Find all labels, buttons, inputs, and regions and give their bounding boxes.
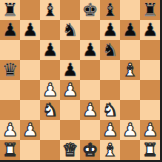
square-f8[interactable]: ♝	[100, 0, 120, 20]
piece-black-king[interactable]: ♚	[82, 0, 98, 20]
piece-white-knight[interactable]: ♞	[42, 100, 58, 120]
square-d7[interactable]: ♞	[60, 20, 80, 40]
piece-white-pawn[interactable]: ♟	[42, 80, 58, 100]
square-f4[interactable]	[100, 80, 120, 100]
square-b3[interactable]	[20, 100, 40, 120]
piece-white-pawn[interactable]: ♟	[2, 120, 18, 140]
square-c7[interactable]	[40, 20, 60, 40]
piece-black-pawn[interactable]: ♟	[142, 20, 158, 40]
square-g5[interactable]: ♝	[120, 60, 140, 80]
chess-board: ♜♝♚♝♜♟♟♞♟♟♟♟♟♞♛♟♝♟♟♞♟♞♟♟♟♟♟♜♛♚♝♜	[0, 0, 162, 162]
square-g7[interactable]: ♟	[120, 20, 140, 40]
piece-black-pawn[interactable]: ♟	[122, 20, 138, 40]
piece-white-pawn[interactable]: ♟	[142, 120, 158, 140]
square-e3[interactable]: ♟	[80, 100, 100, 120]
piece-white-pawn[interactable]: ♟	[82, 100, 98, 120]
piece-black-pawn[interactable]: ♟	[102, 20, 118, 40]
piece-white-pawn[interactable]: ♟	[122, 120, 138, 140]
square-c8[interactable]: ♝	[40, 0, 60, 20]
piece-black-bishop[interactable]: ♝	[42, 0, 58, 20]
square-b7[interactable]: ♟	[20, 20, 40, 40]
square-g4[interactable]	[120, 80, 140, 100]
piece-black-knight[interactable]: ♞	[102, 40, 118, 60]
square-e5[interactable]	[80, 60, 100, 80]
piece-black-rook[interactable]: ♜	[2, 0, 18, 20]
square-h4[interactable]	[140, 80, 160, 100]
square-e8[interactable]: ♚	[80, 0, 100, 20]
square-h7[interactable]: ♟	[140, 20, 160, 40]
square-d8[interactable]	[60, 0, 80, 20]
square-h2[interactable]: ♟	[140, 120, 160, 140]
square-b6[interactable]	[20, 40, 40, 60]
square-h5[interactable]	[140, 60, 160, 80]
square-d4[interactable]: ♟	[60, 80, 80, 100]
square-h8[interactable]: ♜	[140, 0, 160, 20]
square-a2[interactable]: ♟	[0, 120, 20, 140]
square-e2[interactable]	[80, 120, 100, 140]
square-a1[interactable]: ♜	[0, 140, 20, 160]
square-d2[interactable]	[60, 120, 80, 140]
square-a7[interactable]: ♟	[0, 20, 20, 40]
piece-white-bishop[interactable]: ♝	[122, 60, 138, 80]
square-g8[interactable]	[120, 0, 140, 20]
piece-black-rook[interactable]: ♜	[142, 0, 158, 20]
square-h1[interactable]: ♜	[140, 140, 160, 160]
piece-black-pawn[interactable]: ♟	[82, 40, 98, 60]
square-a6[interactable]	[0, 40, 20, 60]
square-b2[interactable]: ♟	[20, 120, 40, 140]
square-f2[interactable]: ♟	[100, 120, 120, 140]
piece-black-queen[interactable]: ♛	[2, 60, 18, 80]
square-a3[interactable]	[0, 100, 20, 120]
square-d5[interactable]: ♟	[60, 60, 80, 80]
square-g3[interactable]	[120, 100, 140, 120]
square-b1[interactable]	[20, 140, 40, 160]
square-b8[interactable]	[20, 0, 40, 20]
square-g1[interactable]	[120, 140, 140, 160]
piece-black-pawn[interactable]: ♟	[42, 40, 58, 60]
square-c5[interactable]	[40, 60, 60, 80]
piece-white-rook[interactable]: ♜	[142, 140, 158, 160]
square-a8[interactable]: ♜	[0, 0, 20, 20]
square-f5[interactable]	[100, 60, 120, 80]
square-g2[interactable]: ♟	[120, 120, 140, 140]
piece-white-rook[interactable]: ♜	[2, 140, 18, 160]
square-g6[interactable]	[120, 40, 140, 60]
piece-white-knight[interactable]: ♞	[102, 100, 118, 120]
square-h6[interactable]	[140, 40, 160, 60]
square-c6[interactable]: ♟	[40, 40, 60, 60]
chessboard-screenshot: ♜♝♚♝♜♟♟♞♟♟♟♟♟♞♛♟♝♟♟♞♟♞♟♟♟♟♟♜♛♚♝♜	[0, 0, 162, 162]
piece-black-pawn[interactable]: ♟	[2, 20, 18, 40]
piece-white-pawn[interactable]: ♟	[22, 120, 38, 140]
piece-white-queen[interactable]: ♛	[62, 140, 78, 160]
square-e4[interactable]	[80, 80, 100, 100]
piece-black-knight[interactable]: ♞	[62, 20, 78, 40]
square-h3[interactable]	[140, 100, 160, 120]
piece-white-king[interactable]: ♚	[82, 140, 98, 160]
piece-black-bishop[interactable]: ♝	[102, 0, 118, 20]
piece-black-pawn[interactable]: ♟	[22, 20, 38, 40]
square-b4[interactable]	[20, 80, 40, 100]
square-e1[interactable]: ♚	[80, 140, 100, 160]
square-a4[interactable]	[0, 80, 20, 100]
square-b5[interactable]	[20, 60, 40, 80]
square-f1[interactable]: ♝	[100, 140, 120, 160]
square-f7[interactable]: ♟	[100, 20, 120, 40]
square-e7[interactable]	[80, 20, 100, 40]
square-c2[interactable]	[40, 120, 60, 140]
square-a5[interactable]: ♛	[0, 60, 20, 80]
square-c1[interactable]	[40, 140, 60, 160]
square-c3[interactable]: ♞	[40, 100, 60, 120]
square-f6[interactable]: ♞	[100, 40, 120, 60]
square-e6[interactable]: ♟	[80, 40, 100, 60]
piece-white-pawn[interactable]: ♟	[102, 120, 118, 140]
square-c4[interactable]: ♟	[40, 80, 60, 100]
square-d6[interactable]	[60, 40, 80, 60]
piece-white-pawn[interactable]: ♟	[62, 80, 78, 100]
square-d3[interactable]	[60, 100, 80, 120]
piece-black-pawn[interactable]: ♟	[62, 60, 78, 80]
square-f3[interactable]: ♞	[100, 100, 120, 120]
piece-white-bishop[interactable]: ♝	[102, 140, 118, 160]
square-d1[interactable]: ♛	[60, 140, 80, 160]
